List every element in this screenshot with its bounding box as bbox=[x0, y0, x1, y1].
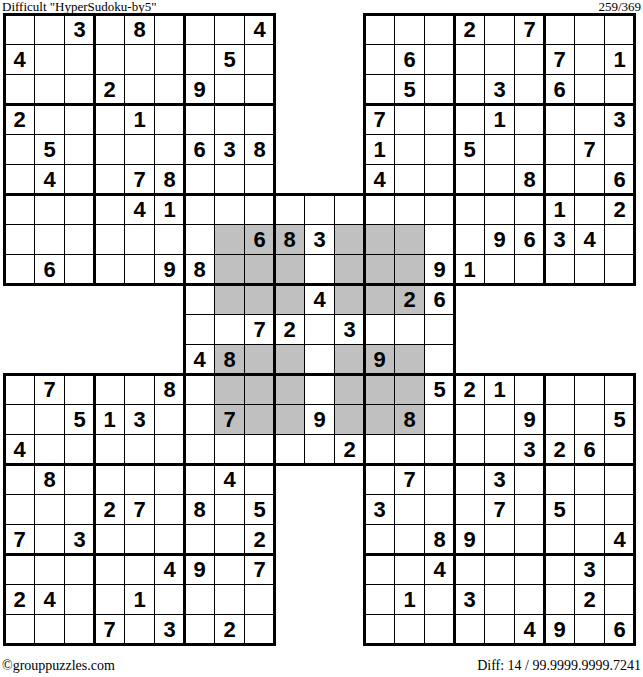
cell-r17c21[interactable] bbox=[604, 494, 635, 525]
cell-r11c7[interactable] bbox=[184, 314, 215, 345]
cell-r2c4[interactable] bbox=[94, 44, 125, 75]
cell-r13c1[interactable] bbox=[4, 374, 35, 405]
cell-r13c16[interactable]: 2 bbox=[454, 374, 485, 405]
cell-r3c19[interactable]: 6 bbox=[544, 74, 575, 105]
cell-r9c14[interactable] bbox=[394, 254, 425, 285]
cell-r4c7[interactable] bbox=[184, 104, 215, 135]
cell-r8c17[interactable]: 9 bbox=[484, 224, 515, 255]
cell-r1c8[interactable] bbox=[214, 14, 245, 45]
cell-r20c7[interactable] bbox=[184, 584, 215, 615]
cell-r9c11[interactable] bbox=[304, 254, 335, 285]
cell-r12c14[interactable] bbox=[394, 344, 425, 375]
cell-r18c13[interactable] bbox=[364, 524, 395, 555]
cell-r9c15[interactable]: 9 bbox=[424, 254, 455, 285]
cell-r3c9[interactable] bbox=[244, 74, 275, 105]
cell-r1c9[interactable]: 4 bbox=[244, 14, 275, 45]
cell-r2c13[interactable] bbox=[364, 44, 395, 75]
cell-r2c1[interactable]: 4 bbox=[4, 44, 35, 75]
cell-r5c9[interactable]: 8 bbox=[244, 134, 275, 165]
cell-r3c3[interactable] bbox=[64, 74, 95, 105]
cell-r2c17[interactable] bbox=[484, 44, 515, 75]
cell-r13c2[interactable]: 7 bbox=[34, 374, 65, 405]
cell-r15c18[interactable]: 3 bbox=[514, 434, 545, 465]
cell-r3c15[interactable] bbox=[424, 74, 455, 105]
cell-r7c11[interactable] bbox=[304, 194, 335, 225]
cell-r19c18[interactable] bbox=[514, 554, 545, 585]
cell-r1c14[interactable] bbox=[394, 14, 425, 45]
cell-r11c9[interactable]: 7 bbox=[244, 314, 275, 345]
cell-r15c5[interactable] bbox=[124, 434, 155, 465]
cell-r2c2[interactable] bbox=[34, 44, 65, 75]
cell-r5c5[interactable] bbox=[124, 134, 155, 165]
cell-r1c7[interactable] bbox=[184, 14, 215, 45]
cell-r12c8[interactable]: 8 bbox=[214, 344, 245, 375]
cell-r21c17[interactable] bbox=[484, 614, 515, 645]
cell-r14c4[interactable]: 1 bbox=[94, 404, 125, 435]
cell-r12c15[interactable] bbox=[424, 344, 455, 375]
cell-r18c1[interactable]: 7 bbox=[4, 524, 35, 555]
cell-r21c7[interactable] bbox=[184, 614, 215, 645]
cell-r20c6[interactable] bbox=[154, 584, 185, 615]
cell-r20c15[interactable] bbox=[424, 584, 455, 615]
cell-r15c13[interactable] bbox=[364, 434, 395, 465]
cell-r13c21[interactable] bbox=[604, 374, 635, 405]
cell-r18c8[interactable] bbox=[214, 524, 245, 555]
cell-r14c3[interactable]: 5 bbox=[64, 404, 95, 435]
cell-r13c5[interactable] bbox=[124, 374, 155, 405]
cell-r14c13[interactable] bbox=[364, 404, 395, 435]
cell-r7c10[interactable] bbox=[274, 194, 305, 225]
cell-r14c7[interactable] bbox=[184, 404, 215, 435]
cell-r7c7[interactable] bbox=[184, 194, 215, 225]
cell-r10c13[interactable] bbox=[364, 284, 395, 315]
cell-r18c3[interactable]: 3 bbox=[64, 524, 95, 555]
cell-r16c16[interactable] bbox=[454, 464, 485, 495]
cell-r4c17[interactable]: 1 bbox=[484, 104, 515, 135]
cell-r9c16[interactable]: 1 bbox=[454, 254, 485, 285]
cell-r15c6[interactable] bbox=[154, 434, 185, 465]
cell-r7c18[interactable] bbox=[514, 194, 545, 225]
cell-r21c15[interactable] bbox=[424, 614, 455, 645]
cell-r20c14[interactable]: 1 bbox=[394, 584, 425, 615]
cell-r4c3[interactable] bbox=[64, 104, 95, 135]
cell-r7c14[interactable] bbox=[394, 194, 425, 225]
cell-r4c21[interactable]: 3 bbox=[604, 104, 635, 135]
cell-r17c17[interactable]: 7 bbox=[484, 494, 515, 525]
cell-r6c13[interactable]: 4 bbox=[364, 164, 395, 195]
cell-r7c20[interactable] bbox=[574, 194, 605, 225]
cell-r9c10[interactable] bbox=[274, 254, 305, 285]
cell-r10c9[interactable] bbox=[244, 284, 275, 315]
cell-r13c9[interactable] bbox=[244, 374, 275, 405]
cell-r20c19[interactable] bbox=[544, 584, 575, 615]
cell-r8c16[interactable] bbox=[454, 224, 485, 255]
cell-r21c9[interactable] bbox=[244, 614, 275, 645]
cell-r9c12[interactable] bbox=[334, 254, 365, 285]
cell-r5c3[interactable] bbox=[64, 134, 95, 165]
cell-r19c16[interactable] bbox=[454, 554, 485, 585]
cell-r21c2[interactable] bbox=[34, 614, 65, 645]
cell-r2c20[interactable] bbox=[574, 44, 605, 75]
cell-r10c7[interactable] bbox=[184, 284, 215, 315]
cell-r6c6[interactable]: 8 bbox=[154, 164, 185, 195]
cell-r1c13[interactable] bbox=[364, 14, 395, 45]
cell-r9c19[interactable] bbox=[544, 254, 575, 285]
cell-r4c8[interactable] bbox=[214, 104, 245, 135]
cell-r12c9[interactable] bbox=[244, 344, 275, 375]
cell-r15c19[interactable]: 2 bbox=[544, 434, 575, 465]
cell-r7c2[interactable] bbox=[34, 194, 65, 225]
cell-r6c8[interactable] bbox=[214, 164, 245, 195]
cell-r11c11[interactable] bbox=[304, 314, 335, 345]
cell-r8c2[interactable] bbox=[34, 224, 65, 255]
cell-r5c15[interactable] bbox=[424, 134, 455, 165]
cell-r10c12[interactable] bbox=[334, 284, 365, 315]
cell-r3c6[interactable] bbox=[154, 74, 185, 105]
cell-r9c3[interactable] bbox=[64, 254, 95, 285]
cell-r15c4[interactable] bbox=[94, 434, 125, 465]
cell-r4c4[interactable] bbox=[94, 104, 125, 135]
cell-r10c14[interactable]: 2 bbox=[394, 284, 425, 315]
cell-r14c15[interactable] bbox=[424, 404, 455, 435]
cell-r15c9[interactable] bbox=[244, 434, 275, 465]
cell-r17c8[interactable] bbox=[214, 494, 245, 525]
cell-r1c20[interactable] bbox=[574, 14, 605, 45]
cell-r8c11[interactable]: 3 bbox=[304, 224, 335, 255]
cell-r5c19[interactable] bbox=[544, 134, 575, 165]
cell-r9c1[interactable] bbox=[4, 254, 35, 285]
cell-r18c5[interactable] bbox=[124, 524, 155, 555]
cell-r21c4[interactable]: 7 bbox=[94, 614, 125, 645]
cell-r13c13[interactable] bbox=[364, 374, 395, 405]
cell-r19c3[interactable] bbox=[64, 554, 95, 585]
cell-r6c1[interactable] bbox=[4, 164, 35, 195]
cell-r17c16[interactable] bbox=[454, 494, 485, 525]
cell-r2c15[interactable] bbox=[424, 44, 455, 75]
cell-r4c19[interactable] bbox=[544, 104, 575, 135]
cell-r21c18[interactable]: 4 bbox=[514, 614, 545, 645]
cell-r6c16[interactable] bbox=[454, 164, 485, 195]
cell-r7c19[interactable]: 1 bbox=[544, 194, 575, 225]
cell-r2c3[interactable] bbox=[64, 44, 95, 75]
cell-r11c8[interactable] bbox=[214, 314, 245, 345]
cell-r6c15[interactable] bbox=[424, 164, 455, 195]
cell-r13c20[interactable] bbox=[574, 374, 605, 405]
cell-r10c15[interactable]: 6 bbox=[424, 284, 455, 315]
cell-r7c12[interactable] bbox=[334, 194, 365, 225]
cell-r1c3[interactable]: 3 bbox=[64, 14, 95, 45]
cell-r21c21[interactable]: 6 bbox=[604, 614, 635, 645]
cell-r14c2[interactable] bbox=[34, 404, 65, 435]
cell-r15c20[interactable]: 6 bbox=[574, 434, 605, 465]
cell-r13c8[interactable] bbox=[214, 374, 245, 405]
cell-r17c19[interactable]: 5 bbox=[544, 494, 575, 525]
cell-r20c4[interactable] bbox=[94, 584, 125, 615]
cell-r19c5[interactable] bbox=[124, 554, 155, 585]
cell-r2c16[interactable] bbox=[454, 44, 485, 75]
cell-r3c7[interactable]: 9 bbox=[184, 74, 215, 105]
cell-r6c3[interactable] bbox=[64, 164, 95, 195]
cell-r20c9[interactable] bbox=[244, 584, 275, 615]
cell-r11c12[interactable]: 3 bbox=[334, 314, 365, 345]
cell-r1c16[interactable]: 2 bbox=[454, 14, 485, 45]
cell-r16c15[interactable] bbox=[424, 464, 455, 495]
cell-r15c1[interactable]: 4 bbox=[4, 434, 35, 465]
cell-r2c18[interactable] bbox=[514, 44, 545, 75]
cell-r15c15[interactable] bbox=[424, 434, 455, 465]
cell-r7c4[interactable] bbox=[94, 194, 125, 225]
cell-r8c18[interactable]: 6 bbox=[514, 224, 545, 255]
cell-r4c9[interactable] bbox=[244, 104, 275, 135]
cell-r17c13[interactable]: 3 bbox=[364, 494, 395, 525]
cell-r19c20[interactable]: 3 bbox=[574, 554, 605, 585]
cell-r5c16[interactable]: 5 bbox=[454, 134, 485, 165]
cell-r16c7[interactable] bbox=[184, 464, 215, 495]
cell-r4c20[interactable] bbox=[574, 104, 605, 135]
cell-r4c18[interactable] bbox=[514, 104, 545, 135]
cell-r9c20[interactable] bbox=[574, 254, 605, 285]
cell-r16c14[interactable]: 7 bbox=[394, 464, 425, 495]
cell-r13c15[interactable]: 5 bbox=[424, 374, 455, 405]
cell-r8c19[interactable]: 3 bbox=[544, 224, 575, 255]
cell-r6c2[interactable]: 4 bbox=[34, 164, 65, 195]
cell-r5c4[interactable] bbox=[94, 134, 125, 165]
cell-r3c8[interactable] bbox=[214, 74, 245, 105]
cell-r9c18[interactable] bbox=[514, 254, 545, 285]
cell-r20c16[interactable]: 3 bbox=[454, 584, 485, 615]
cell-r2c8[interactable]: 5 bbox=[214, 44, 245, 75]
cell-r7c6[interactable]: 1 bbox=[154, 194, 185, 225]
cell-r14c17[interactable] bbox=[484, 404, 515, 435]
cell-r1c15[interactable] bbox=[424, 14, 455, 45]
cell-r16c4[interactable] bbox=[94, 464, 125, 495]
cell-r7c13[interactable] bbox=[364, 194, 395, 225]
cell-r12c11[interactable] bbox=[304, 344, 335, 375]
cell-r21c14[interactable] bbox=[394, 614, 425, 645]
cell-r15c17[interactable] bbox=[484, 434, 515, 465]
cell-r1c17[interactable] bbox=[484, 14, 515, 45]
cell-r5c18[interactable] bbox=[514, 134, 545, 165]
cell-r15c2[interactable] bbox=[34, 434, 65, 465]
cell-r3c4[interactable]: 2 bbox=[94, 74, 125, 105]
cell-r6c18[interactable]: 8 bbox=[514, 164, 545, 195]
cell-r3c17[interactable]: 3 bbox=[484, 74, 515, 105]
cell-r2c14[interactable]: 6 bbox=[394, 44, 425, 75]
cell-r14c16[interactable] bbox=[454, 404, 485, 435]
cell-r3c5[interactable] bbox=[124, 74, 155, 105]
cell-r13c11[interactable] bbox=[304, 374, 335, 405]
cell-r8c9[interactable]: 6 bbox=[244, 224, 275, 255]
cell-r12c10[interactable] bbox=[274, 344, 305, 375]
cell-r8c4[interactable] bbox=[94, 224, 125, 255]
cell-r19c21[interactable] bbox=[604, 554, 635, 585]
cell-r14c10[interactable] bbox=[274, 404, 305, 435]
cell-r17c20[interactable] bbox=[574, 494, 605, 525]
cell-r3c14[interactable]: 5 bbox=[394, 74, 425, 105]
cell-r13c3[interactable] bbox=[64, 374, 95, 405]
cell-r19c7[interactable]: 9 bbox=[184, 554, 215, 585]
cell-r17c4[interactable]: 2 bbox=[94, 494, 125, 525]
cell-r14c21[interactable]: 5 bbox=[604, 404, 635, 435]
cell-r16c5[interactable] bbox=[124, 464, 155, 495]
cell-r17c5[interactable]: 7 bbox=[124, 494, 155, 525]
cell-r7c16[interactable] bbox=[454, 194, 485, 225]
cell-r19c6[interactable]: 4 bbox=[154, 554, 185, 585]
cell-r5c14[interactable] bbox=[394, 134, 425, 165]
cell-r8c20[interactable]: 4 bbox=[574, 224, 605, 255]
cell-r16c13[interactable] bbox=[364, 464, 395, 495]
cell-r9c7[interactable]: 8 bbox=[184, 254, 215, 285]
cell-r15c8[interactable] bbox=[214, 434, 245, 465]
cell-r14c14[interactable]: 8 bbox=[394, 404, 425, 435]
cell-r16c1[interactable] bbox=[4, 464, 35, 495]
cell-r16c18[interactable] bbox=[514, 464, 545, 495]
cell-r18c7[interactable] bbox=[184, 524, 215, 555]
cell-r17c9[interactable]: 5 bbox=[244, 494, 275, 525]
cell-r13c10[interactable] bbox=[274, 374, 305, 405]
cell-r21c16[interactable] bbox=[454, 614, 485, 645]
cell-r3c21[interactable] bbox=[604, 74, 635, 105]
cell-r1c21[interactable] bbox=[604, 14, 635, 45]
cell-r13c4[interactable] bbox=[94, 374, 125, 405]
cell-r19c17[interactable] bbox=[484, 554, 515, 585]
cell-r20c8[interactable] bbox=[214, 584, 245, 615]
cell-r2c6[interactable] bbox=[154, 44, 185, 75]
cell-r2c19[interactable]: 7 bbox=[544, 44, 575, 75]
cell-r3c20[interactable] bbox=[574, 74, 605, 105]
cell-r3c13[interactable] bbox=[364, 74, 395, 105]
cell-r18c2[interactable] bbox=[34, 524, 65, 555]
cell-r11c14[interactable] bbox=[394, 314, 425, 345]
cell-r20c1[interactable]: 2 bbox=[4, 584, 35, 615]
cell-r8c5[interactable] bbox=[124, 224, 155, 255]
cell-r18c19[interactable] bbox=[544, 524, 575, 555]
cell-r1c18[interactable]: 7 bbox=[514, 14, 545, 45]
cell-r7c5[interactable]: 4 bbox=[124, 194, 155, 225]
cell-r20c21[interactable] bbox=[604, 584, 635, 615]
cell-r8c6[interactable] bbox=[154, 224, 185, 255]
cell-r12c13[interactable]: 9 bbox=[364, 344, 395, 375]
cell-r13c17[interactable]: 1 bbox=[484, 374, 515, 405]
cell-r7c8[interactable] bbox=[214, 194, 245, 225]
cell-r9c6[interactable]: 9 bbox=[154, 254, 185, 285]
cell-r13c18[interactable] bbox=[514, 374, 545, 405]
cell-r4c13[interactable]: 7 bbox=[364, 104, 395, 135]
cell-r17c3[interactable] bbox=[64, 494, 95, 525]
cell-r1c2[interactable] bbox=[34, 14, 65, 45]
cell-r8c10[interactable]: 8 bbox=[274, 224, 305, 255]
cell-r18c20[interactable] bbox=[574, 524, 605, 555]
cell-r9c17[interactable] bbox=[484, 254, 515, 285]
cell-r21c6[interactable]: 3 bbox=[154, 614, 185, 645]
cell-r13c6[interactable]: 8 bbox=[154, 374, 185, 405]
cell-r10c8[interactable] bbox=[214, 284, 245, 315]
cell-r14c20[interactable] bbox=[574, 404, 605, 435]
cell-r14c9[interactable] bbox=[244, 404, 275, 435]
cell-r8c3[interactable] bbox=[64, 224, 95, 255]
cell-r20c13[interactable] bbox=[364, 584, 395, 615]
cell-r7c21[interactable]: 2 bbox=[604, 194, 635, 225]
cell-r21c3[interactable] bbox=[64, 614, 95, 645]
cell-r3c2[interactable] bbox=[34, 74, 65, 105]
cell-r8c12[interactable] bbox=[334, 224, 365, 255]
cell-r2c7[interactable] bbox=[184, 44, 215, 75]
cell-r8c7[interactable] bbox=[184, 224, 215, 255]
cell-r8c1[interactable] bbox=[4, 224, 35, 255]
cell-r16c19[interactable] bbox=[544, 464, 575, 495]
cell-r1c19[interactable] bbox=[544, 14, 575, 45]
cell-r16c8[interactable]: 4 bbox=[214, 464, 245, 495]
cell-r8c13[interactable] bbox=[364, 224, 395, 255]
cell-r1c4[interactable] bbox=[94, 14, 125, 45]
cell-r5c7[interactable]: 6 bbox=[184, 134, 215, 165]
cell-r18c15[interactable]: 8 bbox=[424, 524, 455, 555]
cell-r4c5[interactable]: 1 bbox=[124, 104, 155, 135]
cell-r17c1[interactable] bbox=[4, 494, 35, 525]
cell-r9c2[interactable]: 6 bbox=[34, 254, 65, 285]
cell-r13c19[interactable] bbox=[544, 374, 575, 405]
cell-r5c6[interactable] bbox=[154, 134, 185, 165]
cell-r6c17[interactable] bbox=[484, 164, 515, 195]
cell-r5c17[interactable] bbox=[484, 134, 515, 165]
cell-r18c9[interactable]: 2 bbox=[244, 524, 275, 555]
cell-r3c1[interactable] bbox=[4, 74, 35, 105]
cell-r13c7[interactable] bbox=[184, 374, 215, 405]
cell-r11c15[interactable] bbox=[424, 314, 455, 345]
cell-r9c8[interactable] bbox=[214, 254, 245, 285]
cell-r20c17[interactable] bbox=[484, 584, 515, 615]
cell-r14c8[interactable]: 7 bbox=[214, 404, 245, 435]
cell-r14c6[interactable] bbox=[154, 404, 185, 435]
cell-r20c20[interactable]: 2 bbox=[574, 584, 605, 615]
cell-r18c16[interactable]: 9 bbox=[454, 524, 485, 555]
cell-r5c20[interactable]: 7 bbox=[574, 134, 605, 165]
cell-r4c15[interactable] bbox=[424, 104, 455, 135]
cell-r18c18[interactable] bbox=[514, 524, 545, 555]
cell-r5c13[interactable]: 1 bbox=[364, 134, 395, 165]
cell-r21c1[interactable] bbox=[4, 614, 35, 645]
cell-r3c16[interactable] bbox=[454, 74, 485, 105]
cell-r18c21[interactable]: 4 bbox=[604, 524, 635, 555]
cell-r19c4[interactable] bbox=[94, 554, 125, 585]
cell-r20c5[interactable]: 1 bbox=[124, 584, 155, 615]
cell-r1c6[interactable] bbox=[154, 14, 185, 45]
cell-r13c14[interactable] bbox=[394, 374, 425, 405]
cell-r14c18[interactable]: 9 bbox=[514, 404, 545, 435]
cell-r9c21[interactable] bbox=[604, 254, 635, 285]
cell-r4c16[interactable] bbox=[454, 104, 485, 135]
cell-r12c12[interactable] bbox=[334, 344, 365, 375]
cell-r14c1[interactable] bbox=[4, 404, 35, 435]
cell-r16c2[interactable]: 8 bbox=[34, 464, 65, 495]
cell-r8c14[interactable] bbox=[394, 224, 425, 255]
cell-r2c9[interactable] bbox=[244, 44, 275, 75]
cell-r16c20[interactable] bbox=[574, 464, 605, 495]
cell-r11c13[interactable] bbox=[364, 314, 395, 345]
cell-r9c4[interactable] bbox=[94, 254, 125, 285]
cell-r6c4[interactable] bbox=[94, 164, 125, 195]
cell-r5c8[interactable]: 3 bbox=[214, 134, 245, 165]
cell-r19c15[interactable]: 4 bbox=[424, 554, 455, 585]
cell-r2c5[interactable] bbox=[124, 44, 155, 75]
cell-r16c21[interactable] bbox=[604, 464, 635, 495]
cell-r21c19[interactable]: 9 bbox=[544, 614, 575, 645]
cell-r17c2[interactable] bbox=[34, 494, 65, 525]
cell-r7c3[interactable] bbox=[64, 194, 95, 225]
cell-r14c19[interactable] bbox=[544, 404, 575, 435]
cell-r15c7[interactable] bbox=[184, 434, 215, 465]
cell-r16c6[interactable] bbox=[154, 464, 185, 495]
